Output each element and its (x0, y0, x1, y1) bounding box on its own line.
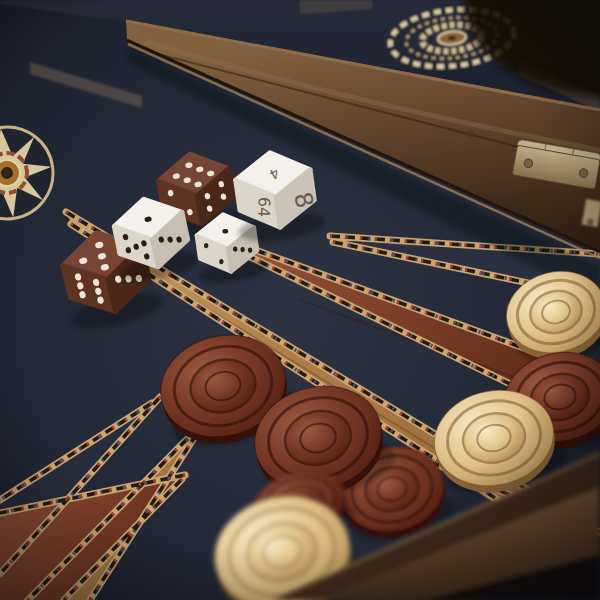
backgammon-photo-scene: Close-up photo of an opened walnut backg… (0, 0, 600, 600)
backgammon-board: Close-up photo of an opened walnut backg… (0, 0, 600, 600)
vignette (0, 0, 600, 600)
